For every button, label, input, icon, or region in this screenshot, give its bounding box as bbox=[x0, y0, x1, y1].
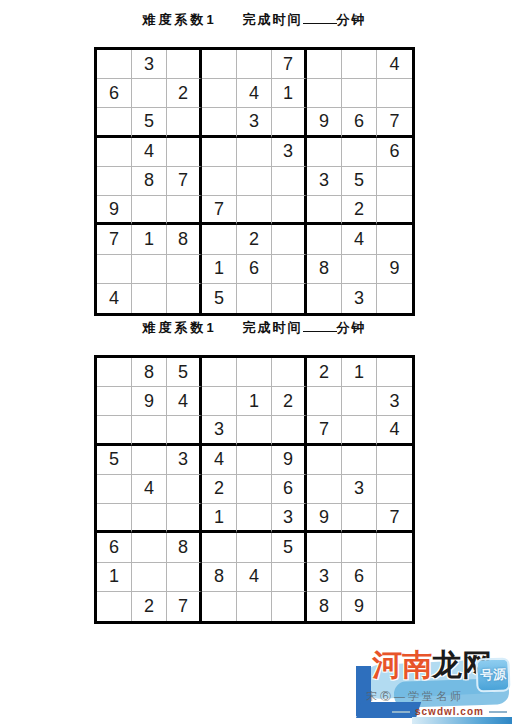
cell-r9c9 bbox=[377, 284, 412, 313]
cell-r9c6 bbox=[272, 284, 307, 313]
time-suffix: 分钟 bbox=[337, 12, 367, 27]
cell-r3c8 bbox=[342, 416, 377, 445]
cell-r6c3 bbox=[167, 504, 202, 533]
cell-r5c4: 2 bbox=[202, 475, 237, 504]
cell-r2c7 bbox=[307, 79, 342, 108]
cell-r1c2: 8 bbox=[132, 358, 167, 387]
puzzle-2-title: 难度系数1完成时间分钟 bbox=[97, 319, 412, 337]
cell-r3c7: 7 bbox=[307, 416, 342, 445]
cell-r1c6 bbox=[272, 358, 307, 387]
cell-r2c5: 1 bbox=[237, 387, 272, 416]
cell-r4c9 bbox=[377, 446, 412, 475]
cell-r9c7 bbox=[307, 284, 342, 313]
cell-r8c8: 6 bbox=[342, 563, 377, 592]
cell-r7c5 bbox=[237, 533, 272, 562]
cell-r3c8: 6 bbox=[342, 108, 377, 137]
cell-r7c9 bbox=[377, 533, 412, 562]
cell-r9c8: 9 bbox=[342, 592, 377, 621]
cell-r6c4: 1 bbox=[202, 504, 237, 533]
cell-r5c3 bbox=[167, 475, 202, 504]
cell-r5c6 bbox=[272, 167, 307, 196]
cell-r9c1 bbox=[97, 592, 132, 621]
cell-r8c2 bbox=[132, 563, 167, 592]
cell-r5c7 bbox=[307, 475, 342, 504]
time-blank-line bbox=[303, 11, 337, 24]
cell-r6c2 bbox=[132, 196, 167, 225]
cell-r9c8: 3 bbox=[342, 284, 377, 313]
cell-r3c1 bbox=[97, 416, 132, 445]
cell-r7c5: 2 bbox=[237, 225, 272, 254]
cell-r7c4 bbox=[202, 533, 237, 562]
cell-r9c6 bbox=[272, 592, 307, 621]
cell-r9c4: 5 bbox=[202, 284, 237, 313]
cell-r2c6: 1 bbox=[272, 79, 307, 108]
cell-r6c6: 3 bbox=[272, 504, 307, 533]
difficulty-label: 难度系数1 bbox=[142, 320, 216, 335]
site-name-part1: 河南 bbox=[372, 648, 432, 681]
cell-r5c8: 3 bbox=[342, 475, 377, 504]
cell-r3c3 bbox=[167, 416, 202, 445]
cell-r5c5 bbox=[237, 475, 272, 504]
cell-r8c9 bbox=[377, 563, 412, 592]
cell-r5c3: 7 bbox=[167, 167, 202, 196]
cell-r1c6: 7 bbox=[272, 50, 307, 79]
cell-r7c6 bbox=[272, 225, 307, 254]
cell-r2c5: 4 bbox=[237, 79, 272, 108]
cell-r1c9 bbox=[377, 358, 412, 387]
cell-r9c1: 4 bbox=[97, 284, 132, 313]
cell-r6c9: 7 bbox=[377, 504, 412, 533]
cell-r6c1 bbox=[97, 504, 132, 533]
cell-r8c1 bbox=[97, 255, 132, 284]
site-name: 河南龙网 bbox=[372, 650, 492, 680]
cell-r1c8: 1 bbox=[342, 358, 377, 387]
cell-r9c4 bbox=[202, 592, 237, 621]
cell-r8c7: 8 bbox=[307, 255, 342, 284]
cell-r4c1: 5 bbox=[97, 446, 132, 475]
cell-r4c2: 4 bbox=[132, 138, 167, 167]
cell-r3c5 bbox=[237, 416, 272, 445]
cell-r5c4 bbox=[202, 167, 237, 196]
cell-r5c1 bbox=[97, 167, 132, 196]
cell-r1c8 bbox=[342, 50, 377, 79]
cell-r1c4 bbox=[202, 358, 237, 387]
cell-r7c3: 8 bbox=[167, 225, 202, 254]
cell-r5c7: 3 bbox=[307, 167, 342, 196]
cell-r9c2: 2 bbox=[132, 592, 167, 621]
cell-r8c5: 6 bbox=[237, 255, 272, 284]
cell-r5c9 bbox=[377, 475, 412, 504]
cell-r5c9 bbox=[377, 167, 412, 196]
cell-r9c9 bbox=[377, 592, 412, 621]
cell-r3c4: 3 bbox=[202, 416, 237, 445]
cell-r3c9: 4 bbox=[377, 416, 412, 445]
cell-r6c8 bbox=[342, 504, 377, 533]
time-suffix: 分钟 bbox=[337, 320, 367, 335]
cell-r7c7 bbox=[307, 533, 342, 562]
cell-r4c6: 9 bbox=[272, 446, 307, 475]
cell-r4c3: 3 bbox=[167, 446, 202, 475]
cell-r6c8: 2 bbox=[342, 196, 377, 225]
puzzle-1-title: 难度系数1完成时间分钟 bbox=[97, 11, 412, 29]
cell-r9c2 bbox=[132, 284, 167, 313]
cell-r4c8 bbox=[342, 138, 377, 167]
cell-r2c8 bbox=[342, 79, 377, 108]
cell-r9c3: 7 bbox=[167, 592, 202, 621]
cell-r4c2 bbox=[132, 446, 167, 475]
cell-r4c5 bbox=[237, 138, 272, 167]
dash-left bbox=[392, 711, 410, 713]
cell-r7c4 bbox=[202, 225, 237, 254]
source-badge: 号源 bbox=[475, 657, 510, 692]
cell-r2c3: 2 bbox=[167, 79, 202, 108]
cell-r2c4 bbox=[202, 79, 237, 108]
cell-r6c4: 7 bbox=[202, 196, 237, 225]
cell-r7c6: 5 bbox=[272, 533, 307, 562]
cell-r4c9: 6 bbox=[377, 138, 412, 167]
cell-r7c1: 6 bbox=[97, 533, 132, 562]
cell-r9c5 bbox=[237, 592, 272, 621]
cell-r5c2: 8 bbox=[132, 167, 167, 196]
cell-r9c7: 8 bbox=[307, 592, 342, 621]
cell-r3c1 bbox=[97, 108, 132, 137]
cell-r4c7 bbox=[307, 446, 342, 475]
time-blank-line bbox=[303, 319, 337, 332]
cell-r6c3 bbox=[167, 196, 202, 225]
cell-r6c7 bbox=[307, 196, 342, 225]
cell-r8c5: 4 bbox=[237, 563, 272, 592]
cell-r3c3 bbox=[167, 108, 202, 137]
time-prefix: 完成时间 bbox=[243, 12, 303, 27]
cell-r8c3 bbox=[167, 255, 202, 284]
cell-r2c2: 9 bbox=[132, 387, 167, 416]
cell-r8c8 bbox=[342, 255, 377, 284]
cell-r5c8: 5 bbox=[342, 167, 377, 196]
cell-r8c4: 1 bbox=[202, 255, 237, 284]
cell-r7c2: 1 bbox=[132, 225, 167, 254]
cell-r4c8 bbox=[342, 446, 377, 475]
dash-right bbox=[489, 711, 507, 713]
cell-r7c3: 8 bbox=[167, 533, 202, 562]
cell-r8c3 bbox=[167, 563, 202, 592]
site-watermark-logo: 河南龙网 号源 宋⑥—学堂名师 scwdwl.com bbox=[354, 636, 512, 724]
cell-r5c1 bbox=[97, 475, 132, 504]
cell-r2c1 bbox=[97, 387, 132, 416]
sudoku-grid-2: 852194123374534942631397685184362789 bbox=[94, 355, 415, 624]
cell-r3c7: 9 bbox=[307, 108, 342, 137]
cell-r1c3 bbox=[167, 50, 202, 79]
cell-r4c6: 3 bbox=[272, 138, 307, 167]
cell-r2c9: 3 bbox=[377, 387, 412, 416]
cell-r6c2 bbox=[132, 504, 167, 533]
cell-r2c6: 2 bbox=[272, 387, 307, 416]
cell-r1c1 bbox=[97, 358, 132, 387]
cell-r3c2 bbox=[132, 416, 167, 445]
cell-r2c7 bbox=[307, 387, 342, 416]
cell-r7c2 bbox=[132, 533, 167, 562]
cell-r3c6 bbox=[272, 416, 307, 445]
cell-r8c7: 3 bbox=[307, 563, 342, 592]
sudoku-worksheet: 难度系数1完成时间分钟 3746241539674368735972718241… bbox=[0, 0, 512, 724]
cell-r8c1: 1 bbox=[97, 563, 132, 592]
cell-r7c9 bbox=[377, 225, 412, 254]
cell-r2c3: 4 bbox=[167, 387, 202, 416]
cell-r5c5 bbox=[237, 167, 272, 196]
cell-r4c1 bbox=[97, 138, 132, 167]
cell-r1c4 bbox=[202, 50, 237, 79]
cell-r6c5 bbox=[237, 504, 272, 533]
cell-r8c2 bbox=[132, 255, 167, 284]
cell-r8c6 bbox=[272, 563, 307, 592]
cell-r6c6 bbox=[272, 196, 307, 225]
cell-r1c3: 5 bbox=[167, 358, 202, 387]
cell-r1c5 bbox=[237, 50, 272, 79]
cell-r4c7 bbox=[307, 138, 342, 167]
overlay-watermark-text: 宋⑥—学堂名师 bbox=[366, 689, 512, 704]
difficulty-label: 难度系数1 bbox=[142, 12, 216, 27]
cell-r1c7 bbox=[307, 50, 342, 79]
cell-r3c6 bbox=[272, 108, 307, 137]
cell-r6c7: 9 bbox=[307, 504, 342, 533]
sudoku-grid-1: 3746241539674368735972718241689453 bbox=[94, 47, 415, 316]
domain-text: scwdwl.com bbox=[415, 706, 484, 717]
cell-r2c2 bbox=[132, 79, 167, 108]
cell-r5c2: 4 bbox=[132, 475, 167, 504]
cell-r6c9 bbox=[377, 196, 412, 225]
cell-r7c7 bbox=[307, 225, 342, 254]
cell-r1c7: 2 bbox=[307, 358, 342, 387]
cell-r4c3 bbox=[167, 138, 202, 167]
cell-r4c5 bbox=[237, 446, 272, 475]
cell-r1c2: 3 bbox=[132, 50, 167, 79]
cell-r4c4: 4 bbox=[202, 446, 237, 475]
cell-r6c1: 9 bbox=[97, 196, 132, 225]
cell-r4c4 bbox=[202, 138, 237, 167]
cell-r3c9: 7 bbox=[377, 108, 412, 137]
cell-r3c4 bbox=[202, 108, 237, 137]
cell-r8c6 bbox=[272, 255, 307, 284]
cell-r9c5 bbox=[237, 284, 272, 313]
cell-r2c9 bbox=[377, 79, 412, 108]
cell-r7c8: 4 bbox=[342, 225, 377, 254]
cell-r5c6: 6 bbox=[272, 475, 307, 504]
cell-r1c5 bbox=[237, 358, 272, 387]
cell-r3c5: 3 bbox=[237, 108, 272, 137]
cell-r2c1: 6 bbox=[97, 79, 132, 108]
domain-row: scwdwl.com bbox=[392, 706, 507, 717]
cell-r9c3 bbox=[167, 284, 202, 313]
bottom-blue-bar bbox=[412, 717, 512, 724]
cell-r1c1 bbox=[97, 50, 132, 79]
cell-r8c9: 9 bbox=[377, 255, 412, 284]
cell-r7c8 bbox=[342, 533, 377, 562]
cell-r8c4: 8 bbox=[202, 563, 237, 592]
cell-r2c8 bbox=[342, 387, 377, 416]
cell-r6c5 bbox=[237, 196, 272, 225]
cell-r1c9: 4 bbox=[377, 50, 412, 79]
time-prefix: 完成时间 bbox=[243, 320, 303, 335]
cell-r3c2: 5 bbox=[132, 108, 167, 137]
cell-r2c4 bbox=[202, 387, 237, 416]
cell-r7c1: 7 bbox=[97, 225, 132, 254]
